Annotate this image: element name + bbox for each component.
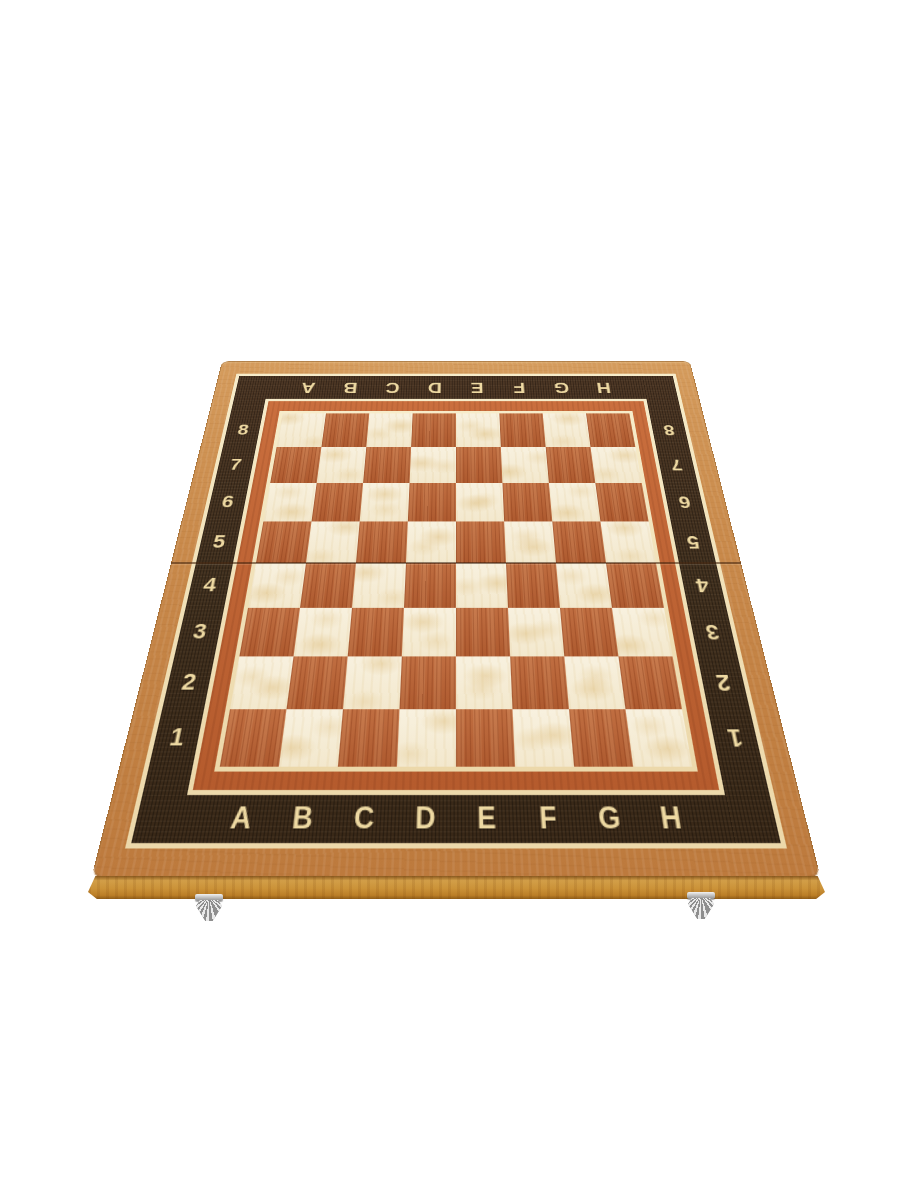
file-labels-top-f: F <box>498 376 542 399</box>
square-a5[interactable] <box>256 521 312 563</box>
square-d2[interactable] <box>400 656 456 709</box>
square-c1[interactable] <box>338 709 400 767</box>
square-c2[interactable] <box>343 656 402 709</box>
square-c4[interactable] <box>352 563 406 608</box>
square-e4[interactable] <box>456 563 508 608</box>
square-b4[interactable] <box>300 563 356 608</box>
square-e2[interactable] <box>456 656 512 709</box>
square-a6[interactable] <box>263 483 316 522</box>
square-g3[interactable] <box>560 608 618 657</box>
photo-background: ABCDEFGH ABCDEFGH 87654321 87654321 <box>0 0 900 1200</box>
square-e5[interactable] <box>456 521 506 563</box>
rank-labels-right-5: 5 <box>671 521 716 563</box>
square-h5[interactable] <box>600 521 656 563</box>
square-b2[interactable] <box>287 656 348 709</box>
latch-plate <box>687 892 715 899</box>
square-f6[interactable] <box>502 483 552 522</box>
square-c3[interactable] <box>348 608 404 657</box>
square-d1[interactable] <box>397 709 456 767</box>
rank-labels-right-7: 7 <box>656 447 697 483</box>
rank-labels-right-8: 8 <box>649 413 689 447</box>
square-h6[interactable] <box>595 483 648 522</box>
square-e3[interactable] <box>456 608 510 657</box>
rank-labels-left-8: 8 <box>223 413 263 447</box>
rank-labels-right-6: 6 <box>663 483 706 522</box>
fold-seam <box>171 562 741 564</box>
file-labels-bottom-e: E <box>456 795 518 843</box>
square-f8[interactable] <box>499 413 545 447</box>
square-h3[interactable] <box>612 608 673 657</box>
file-labels-bottom-h: H <box>637 795 706 843</box>
latch-left <box>192 894 226 922</box>
square-f7[interactable] <box>501 447 549 483</box>
square-c7[interactable] <box>363 447 411 483</box>
inlay-line-middle <box>187 399 725 795</box>
file-labels-bottom-g: G <box>577 795 644 843</box>
square-h4[interactable] <box>606 563 664 608</box>
square-g2[interactable] <box>564 656 625 709</box>
latch-fan-icon <box>196 900 222 921</box>
square-c8[interactable] <box>366 413 412 447</box>
file-labels-bottom-a: A <box>206 795 275 843</box>
rank-labels-right-4: 4 <box>679 563 726 608</box>
file-labels-top-d: D <box>413 376 456 399</box>
square-g6[interactable] <box>549 483 601 522</box>
board-frame-oak: ABCDEFGH ABCDEFGH 87654321 87654321 <box>91 361 820 877</box>
square-d4[interactable] <box>404 563 456 608</box>
rank-labels-left-6: 6 <box>206 483 249 522</box>
board-grid <box>220 413 692 766</box>
square-e1[interactable] <box>456 709 515 767</box>
square-e8[interactable] <box>456 413 501 447</box>
square-a1[interactable] <box>220 709 287 767</box>
square-a8[interactable] <box>277 413 326 447</box>
file-labels-top-h: H <box>581 376 627 399</box>
square-g8[interactable] <box>543 413 591 447</box>
square-a3[interactable] <box>239 608 300 657</box>
square-d5[interactable] <box>406 521 456 563</box>
file-labels-bottom-c: C <box>331 795 396 843</box>
square-c6[interactable] <box>360 483 410 522</box>
square-d8[interactable] <box>411 413 456 447</box>
file-labels-top: ABCDEFGH <box>285 376 627 399</box>
file-labels-bottom-f: F <box>516 795 581 843</box>
inlay-line-inner <box>214 411 698 772</box>
square-b5[interactable] <box>306 521 360 563</box>
rank-labels-right-3: 3 <box>688 608 738 657</box>
file-labels-top-a: A <box>285 376 331 399</box>
chess-board: ABCDEFGH ABCDEFGH 87654321 87654321 <box>91 361 820 877</box>
square-b3[interactable] <box>294 608 352 657</box>
square-a4[interactable] <box>248 563 306 608</box>
square-g1[interactable] <box>569 709 633 767</box>
square-f3[interactable] <box>508 608 564 657</box>
file-labels-bottom-b: B <box>269 795 336 843</box>
file-labels-bottom: ABCDEFGH <box>206 795 706 843</box>
square-e6[interactable] <box>456 483 504 522</box>
square-h1[interactable] <box>625 709 692 767</box>
square-b1[interactable] <box>279 709 343 767</box>
square-b7[interactable] <box>317 447 367 483</box>
file-labels-bottom-d: D <box>394 795 456 843</box>
square-f4[interactable] <box>506 563 560 608</box>
square-h2[interactable] <box>618 656 682 709</box>
square-g7[interactable] <box>546 447 596 483</box>
square-a2[interactable] <box>230 656 294 709</box>
square-h7[interactable] <box>591 447 642 483</box>
inlay-line-outer: ABCDEFGH ABCDEFGH 87654321 87654321 <box>125 374 787 849</box>
square-d3[interactable] <box>402 608 456 657</box>
latch-plate <box>195 894 223 901</box>
square-b8[interactable] <box>321 413 369 447</box>
square-a7[interactable] <box>270 447 321 483</box>
file-labels-top-b: B <box>328 376 373 399</box>
board-border-wenge: ABCDEFGH ABCDEFGH 87654321 87654321 <box>131 376 780 843</box>
file-labels-top-g: G <box>539 376 584 399</box>
square-d7[interactable] <box>410 447 456 483</box>
square-g4[interactable] <box>556 563 612 608</box>
latch-right <box>684 892 718 920</box>
square-f1[interactable] <box>512 709 574 767</box>
square-b6[interactable] <box>312 483 364 522</box>
square-c5[interactable] <box>356 521 408 563</box>
square-f2[interactable] <box>510 656 569 709</box>
square-d6[interactable] <box>408 483 456 522</box>
latch-fan-icon <box>688 898 714 919</box>
square-g5[interactable] <box>552 521 606 563</box>
square-f5[interactable] <box>504 521 556 563</box>
square-h8[interactable] <box>586 413 635 447</box>
file-labels-top-c: C <box>371 376 415 399</box>
square-e7[interactable] <box>456 447 502 483</box>
rank-labels-left-7: 7 <box>215 447 256 483</box>
board-border-accent <box>193 401 719 790</box>
file-labels-top-e: E <box>456 376 499 399</box>
